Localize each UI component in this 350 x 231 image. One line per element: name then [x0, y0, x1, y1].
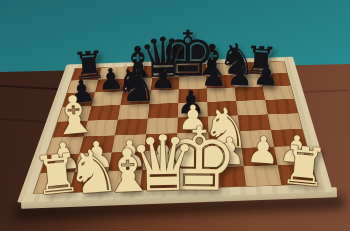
square-d4: [146, 118, 178, 135]
square-h6: [263, 86, 295, 100]
square-a8: [71, 68, 101, 81]
square-f7: [206, 75, 234, 89]
square-f6: [207, 87, 236, 101]
square-f4: [208, 115, 240, 132]
square-f5: [207, 101, 238, 117]
square-c2: [108, 151, 144, 171]
square-c7: [123, 78, 152, 92]
square-a6: [63, 92, 95, 107]
square-g3: [240, 130, 274, 148]
square-h3: [271, 129, 307, 147]
square-e1: [175, 167, 210, 188]
square-g2: [242, 147, 278, 166]
square-h7: [260, 73, 290, 86]
square-d3: [144, 133, 177, 151]
square-c1: [105, 170, 143, 191]
square-e6: [178, 88, 207, 103]
square-a3: [47, 136, 84, 154]
square-b5: [88, 105, 121, 121]
square-c3: [112, 134, 146, 152]
square-g7: [233, 74, 262, 88]
square-b1: [69, 171, 108, 192]
square-a1: [34, 172, 75, 193]
square-e4: [177, 116, 208, 133]
square-b4: [84, 120, 118, 137]
square-c8: [125, 66, 153, 79]
square-c4: [115, 119, 148, 136]
square-g1: [244, 165, 282, 186]
chess-photo-scene: ♜♝♛♚♝♞♜♟♟♟♟♟♟♟♞♟♝♟♞♟♟♟♟♟♟♟♜♞♝♛♚♜: [0, 0, 350, 231]
square-c5: [118, 104, 150, 120]
square-f2: [209, 148, 244, 168]
square-g6: [235, 86, 265, 100]
square-h2: [274, 146, 311, 165]
square-d5: [148, 103, 179, 119]
square-f1: [210, 166, 246, 187]
square-a4: [52, 121, 87, 138]
square-b3: [79, 135, 115, 153]
square-d8: [152, 65, 179, 78]
square-g5: [236, 100, 268, 115]
square-e7: [179, 76, 207, 90]
chess-board-frame: [17, 57, 333, 203]
square-a2: [41, 154, 80, 174]
square-a7: [67, 80, 98, 94]
square-c6: [120, 90, 150, 105]
square-h8: [258, 61, 287, 74]
square-b7: [95, 79, 125, 93]
square-d1: [140, 169, 176, 190]
square-b2: [74, 152, 111, 172]
square-e2: [176, 149, 210, 169]
chess-board-grid: [34, 61, 317, 193]
square-h1: [278, 164, 317, 185]
square-f8: [206, 63, 233, 76]
square-e8: [179, 64, 206, 77]
square-g4: [238, 114, 271, 131]
square-d7: [151, 77, 179, 91]
square-h4: [268, 113, 302, 130]
square-b6: [91, 91, 122, 106]
square-e5: [178, 102, 208, 118]
square-e3: [177, 132, 209, 150]
square-d2: [142, 150, 176, 170]
square-f3: [208, 131, 241, 149]
square-b8: [98, 67, 127, 80]
square-g8: [232, 62, 260, 75]
square-d6: [149, 89, 178, 104]
square-a5: [58, 106, 92, 122]
square-h5: [265, 99, 298, 114]
